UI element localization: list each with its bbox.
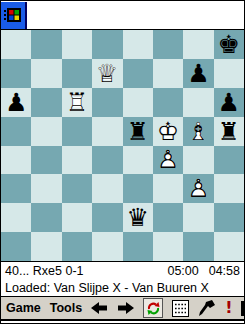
black-rook-piece: ♜ bbox=[123, 117, 153, 146]
square-e7[interactable] bbox=[123, 59, 153, 88]
game-clocks: 05:00 04:58 bbox=[167, 264, 240, 278]
square-c1[interactable] bbox=[62, 232, 92, 261]
white-rook-piece: ♜ bbox=[62, 88, 92, 117]
square-b3[interactable] bbox=[31, 174, 61, 203]
square-f1[interactable] bbox=[153, 232, 183, 261]
square-e8[interactable] bbox=[123, 30, 153, 59]
square-e3[interactable] bbox=[123, 174, 153, 203]
square-h6[interactable]: ♟ bbox=[214, 88, 244, 117]
menu-bar: Game Tools bbox=[1, 297, 244, 321]
square-f5[interactable]: ♚♔ bbox=[153, 117, 183, 146]
forward-button[interactable] bbox=[117, 302, 134, 314]
white-king-piece: ♚ bbox=[153, 117, 183, 146]
windows-flag-icon bbox=[4, 8, 22, 23]
title-bar: ChessPartner 9:05p bbox=[1, 1, 244, 30]
white-bishop-piece: ♝ bbox=[183, 117, 213, 146]
square-e6[interactable] bbox=[123, 88, 153, 117]
back-arrow-icon bbox=[91, 302, 108, 314]
back-button[interactable] bbox=[91, 302, 108, 314]
white-king-piece-outline: ♔ bbox=[153, 117, 183, 146]
square-b2[interactable] bbox=[31, 203, 61, 232]
flip-board-button[interactable] bbox=[143, 298, 163, 318]
square-f3[interactable] bbox=[153, 174, 183, 203]
white-clock: 05:00 bbox=[167, 264, 198, 278]
black-king-piece: ♚ bbox=[214, 30, 244, 59]
black-rook-piece: ♜ bbox=[214, 117, 244, 146]
square-e5[interactable]: ♜ bbox=[123, 117, 153, 146]
square-e1[interactable] bbox=[123, 232, 153, 261]
menu-game[interactable]: Game bbox=[6, 301, 41, 315]
square-h1[interactable] bbox=[214, 232, 244, 261]
square-a3[interactable] bbox=[1, 174, 31, 203]
square-g1[interactable] bbox=[183, 232, 213, 261]
square-d4[interactable] bbox=[92, 146, 122, 175]
stop-button[interactable]: ! bbox=[225, 300, 232, 316]
square-g6[interactable] bbox=[183, 88, 213, 117]
square-h4[interactable] bbox=[214, 146, 244, 175]
square-g7[interactable]: ♟ bbox=[183, 59, 213, 88]
white-pawn-piece: ♟ bbox=[153, 146, 183, 175]
square-d2[interactable] bbox=[92, 203, 122, 232]
black-pawn-piece: ♟ bbox=[214, 88, 244, 117]
square-d7[interactable]: ♛♕ bbox=[92, 59, 122, 88]
start-button[interactable] bbox=[1, 2, 27, 29]
white-pawn-piece-outline: ♙ bbox=[183, 174, 213, 203]
square-d8[interactable] bbox=[92, 30, 122, 59]
square-a1[interactable] bbox=[1, 232, 31, 261]
white-pawn-piece-outline: ♙ bbox=[153, 146, 183, 175]
square-f2[interactable] bbox=[153, 203, 183, 232]
black-queen-piece: ♛ bbox=[123, 203, 153, 232]
square-b5[interactable] bbox=[31, 117, 61, 146]
square-c4[interactable] bbox=[62, 146, 92, 175]
square-h5[interactable]: ♜ bbox=[214, 117, 244, 146]
system-clock: 9:05p bbox=[205, 8, 244, 23]
loaded-game-text: Loaded: Van Slijpe X - Van Buuren X bbox=[1, 280, 244, 297]
square-a4[interactable] bbox=[1, 146, 31, 175]
square-e2[interactable]: ♛ bbox=[123, 203, 153, 232]
square-b6[interactable] bbox=[31, 88, 61, 117]
square-c2[interactable] bbox=[62, 203, 92, 232]
square-c8[interactable] bbox=[62, 30, 92, 59]
square-g8[interactable] bbox=[183, 30, 213, 59]
black-pawn-piece: ♟ bbox=[1, 88, 31, 117]
black-clock: 04:58 bbox=[209, 264, 240, 278]
move-list-icon bbox=[172, 300, 189, 317]
white-queen-piece: ♛ bbox=[92, 59, 122, 88]
flip-board-icon bbox=[146, 301, 161, 316]
square-h2[interactable] bbox=[214, 203, 244, 232]
square-c3[interactable] bbox=[62, 174, 92, 203]
white-queen-piece-outline: ♕ bbox=[92, 59, 122, 88]
square-g4[interactable] bbox=[183, 146, 213, 175]
forward-arrow-icon bbox=[117, 302, 134, 314]
square-d3[interactable] bbox=[92, 174, 122, 203]
square-f8[interactable] bbox=[153, 30, 183, 59]
square-a5[interactable] bbox=[1, 117, 31, 146]
square-c5[interactable] bbox=[62, 117, 92, 146]
square-f7[interactable] bbox=[153, 59, 183, 88]
square-b7[interactable] bbox=[31, 59, 61, 88]
right-edge-partial-icon bbox=[241, 301, 244, 316]
square-a7[interactable] bbox=[1, 59, 31, 88]
square-d6[interactable] bbox=[92, 88, 122, 117]
move-list-button[interactable] bbox=[172, 300, 189, 317]
chess-board: ♚♛♕♟♟♜♖♟♜♚♔♝♗♜♟♙♟♙♛ bbox=[1, 30, 244, 262]
square-h8[interactable]: ♚ bbox=[214, 30, 244, 59]
square-f6[interactable] bbox=[153, 88, 183, 117]
square-d1[interactable] bbox=[92, 232, 122, 261]
black-pawn-piece: ♟ bbox=[183, 59, 213, 88]
menu-tools[interactable]: Tools bbox=[50, 301, 82, 315]
app-title: ChessPartner bbox=[27, 8, 205, 23]
status-line: 40... Rxe5 0-1 05:00 04:58 bbox=[1, 262, 244, 280]
square-a6[interactable]: ♟ bbox=[1, 88, 31, 117]
square-c7[interactable] bbox=[62, 59, 92, 88]
square-e4[interactable] bbox=[123, 146, 153, 175]
square-d5[interactable] bbox=[92, 117, 122, 146]
square-g3[interactable]: ♟♙ bbox=[183, 174, 213, 203]
square-c6[interactable]: ♜♖ bbox=[62, 88, 92, 117]
square-a8[interactable] bbox=[1, 30, 31, 59]
pocket-pc-screen: ChessPartner 9:05p ♚♛♕♟♟♜♖♟♜♚♔♝♗♜♟♙♟♙♛ 4… bbox=[0, 0, 245, 324]
square-g2[interactable] bbox=[183, 203, 213, 232]
engine-hammer-icon bbox=[198, 300, 216, 317]
square-g5[interactable]: ♝♗ bbox=[183, 117, 213, 146]
square-b8[interactable] bbox=[31, 30, 61, 59]
square-b4[interactable] bbox=[31, 146, 61, 175]
white-pawn-piece: ♟ bbox=[183, 174, 213, 203]
engine-button[interactable] bbox=[198, 300, 216, 317]
square-h3[interactable] bbox=[214, 174, 244, 203]
last-move-text: 40... Rxe5 0-1 bbox=[5, 264, 84, 278]
square-h7[interactable] bbox=[214, 59, 244, 88]
white-bishop-piece-outline: ♗ bbox=[183, 117, 213, 146]
white-rook-piece-outline: ♖ bbox=[62, 88, 92, 117]
square-f4[interactable]: ♟♙ bbox=[153, 146, 183, 175]
square-a2[interactable] bbox=[1, 203, 31, 232]
square-b1[interactable] bbox=[31, 232, 61, 261]
